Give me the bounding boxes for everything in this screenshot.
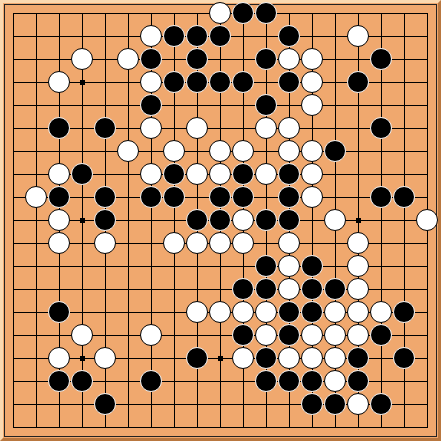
- black-stone: [347, 370, 369, 392]
- black-stone: [140, 186, 162, 208]
- black-stone: [278, 301, 300, 323]
- white-stone: [232, 301, 254, 323]
- black-stone: [209, 25, 231, 47]
- black-stone: [48, 117, 70, 139]
- white-stone: [324, 301, 346, 323]
- black-stone: [278, 209, 300, 231]
- black-stone: [232, 163, 254, 185]
- black-stone: [232, 278, 254, 300]
- black-stone: [48, 301, 70, 323]
- white-stone: [117, 140, 139, 162]
- white-stone: [140, 71, 162, 93]
- white-stone: [301, 71, 323, 93]
- white-stone: [301, 94, 323, 116]
- white-stone: [324, 209, 346, 231]
- black-stone: [71, 370, 93, 392]
- white-stone: [301, 186, 323, 208]
- white-stone: [140, 163, 162, 185]
- go-board[interactable]: [0, 0, 441, 441]
- black-stone: [324, 278, 346, 300]
- star-point: [80, 356, 85, 361]
- black-stone: [255, 370, 277, 392]
- black-stone: [393, 186, 415, 208]
- white-stone: [370, 301, 392, 323]
- white-stone: [25, 186, 47, 208]
- black-stone: [301, 393, 323, 415]
- black-stone: [255, 209, 277, 231]
- white-stone: [186, 301, 208, 323]
- black-stone: [301, 278, 323, 300]
- star-point: [218, 356, 223, 361]
- black-stone: [324, 140, 346, 162]
- black-stone: [301, 255, 323, 277]
- white-stone: [48, 232, 70, 254]
- black-stone: [186, 25, 208, 47]
- black-stone: [48, 370, 70, 392]
- white-stone: [48, 347, 70, 369]
- black-stone: [370, 186, 392, 208]
- black-stone: [163, 186, 185, 208]
- white-stone: [48, 163, 70, 185]
- white-stone: [255, 324, 277, 346]
- black-stone: [278, 25, 300, 47]
- black-stone: [140, 94, 162, 116]
- white-stone: [324, 370, 346, 392]
- black-stone: [209, 209, 231, 231]
- white-stone: [163, 232, 185, 254]
- black-stone: [324, 393, 346, 415]
- white-stone: [255, 163, 277, 185]
- black-stone: [94, 393, 116, 415]
- black-stone: [163, 163, 185, 185]
- black-stone: [278, 324, 300, 346]
- black-stone: [48, 186, 70, 208]
- black-stone: [278, 186, 300, 208]
- white-stone: [347, 25, 369, 47]
- white-stone: [232, 232, 254, 254]
- white-stone: [186, 163, 208, 185]
- black-stone: [232, 71, 254, 93]
- white-stone: [278, 347, 300, 369]
- black-stone: [393, 301, 415, 323]
- black-stone: [232, 2, 254, 24]
- black-stone: [370, 324, 392, 346]
- black-stone: [347, 347, 369, 369]
- white-stone: [278, 232, 300, 254]
- black-stone: [255, 347, 277, 369]
- black-stone: [370, 117, 392, 139]
- black-stone: [209, 71, 231, 93]
- white-stone: [209, 2, 231, 24]
- black-stone: [301, 370, 323, 392]
- white-stone: [186, 232, 208, 254]
- white-stone: [140, 117, 162, 139]
- black-stone: [370, 393, 392, 415]
- black-stone: [186, 71, 208, 93]
- white-stone: [347, 232, 369, 254]
- black-stone: [140, 370, 162, 392]
- white-stone: [347, 301, 369, 323]
- white-stone: [255, 301, 277, 323]
- black-stone: [370, 48, 392, 70]
- white-stone: [301, 140, 323, 162]
- black-stone: [255, 255, 277, 277]
- white-stone: [347, 324, 369, 346]
- white-stone: [255, 117, 277, 139]
- white-stone: [232, 140, 254, 162]
- white-stone: [278, 48, 300, 70]
- white-stone: [347, 278, 369, 300]
- black-stone: [94, 117, 116, 139]
- white-stone: [324, 324, 346, 346]
- star-point: [356, 218, 361, 223]
- black-stone: [140, 48, 162, 70]
- white-stone: [163, 140, 185, 162]
- black-stone: [347, 71, 369, 93]
- white-stone: [278, 255, 300, 277]
- black-stone: [301, 301, 323, 323]
- white-stone: [209, 140, 231, 162]
- white-stone: [71, 48, 93, 70]
- black-stone: [278, 71, 300, 93]
- black-stone: [94, 209, 116, 231]
- white-stone: [301, 324, 323, 346]
- white-stone: [347, 255, 369, 277]
- white-stone: [278, 140, 300, 162]
- star-point: [80, 80, 85, 85]
- black-stone: [209, 186, 231, 208]
- white-stone: [416, 209, 438, 231]
- black-stone: [232, 186, 254, 208]
- black-stone: [186, 209, 208, 231]
- white-stone: [209, 301, 231, 323]
- white-stone: [232, 209, 254, 231]
- white-stone: [278, 278, 300, 300]
- white-stone: [278, 117, 300, 139]
- black-stone: [94, 186, 116, 208]
- white-stone: [347, 393, 369, 415]
- black-stone: [232, 324, 254, 346]
- black-stone: [255, 2, 277, 24]
- white-stone: [117, 48, 139, 70]
- black-stone: [186, 48, 208, 70]
- white-stone: [209, 232, 231, 254]
- black-stone: [186, 347, 208, 369]
- white-stone: [301, 48, 323, 70]
- black-stone: [278, 370, 300, 392]
- white-stone: [301, 347, 323, 369]
- black-stone: [278, 163, 300, 185]
- white-stone: [186, 117, 208, 139]
- star-point: [80, 218, 85, 223]
- black-stone: [255, 94, 277, 116]
- black-stone: [255, 48, 277, 70]
- white-stone: [324, 347, 346, 369]
- white-stone: [94, 232, 116, 254]
- white-stone: [140, 324, 162, 346]
- white-stone: [140, 25, 162, 47]
- black-stone: [163, 25, 185, 47]
- white-stone: [48, 209, 70, 231]
- black-stone: [255, 278, 277, 300]
- white-stone: [94, 347, 116, 369]
- white-stone: [209, 163, 231, 185]
- black-stone: [71, 163, 93, 185]
- black-stone: [393, 347, 415, 369]
- white-stone: [48, 71, 70, 93]
- black-stone: [163, 71, 185, 93]
- white-stone: [71, 324, 93, 346]
- white-stone: [232, 347, 254, 369]
- white-stone: [301, 163, 323, 185]
